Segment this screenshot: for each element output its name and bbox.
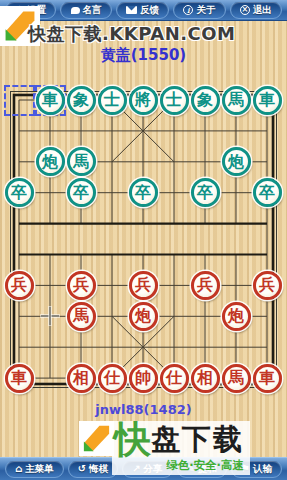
quotes-button[interactable]: 名言 (60, 1, 111, 19)
settings-button[interactable]: ⚙设置 (5, 1, 56, 19)
red-soldier[interactable]: 兵 (67, 271, 96, 300)
watermark-text: 快盘下载.KKPAN.COM (28, 22, 236, 46)
red-horse[interactable]: 馬 (222, 364, 251, 393)
cursor-crosshair (41, 307, 59, 325)
gear-icon: ⚙ (15, 5, 24, 15)
chat-bubble-icon (71, 7, 80, 14)
exit-button[interactable]: ×退出 (230, 1, 282, 19)
black-elephant[interactable]: 象 (67, 86, 96, 115)
black-soldier[interactable]: 卒 (5, 178, 34, 207)
button-label: 设置 (27, 4, 46, 17)
pencil-icon: ✎ (187, 464, 195, 474)
undo-move-button[interactable]: ↺悔棋 (68, 460, 118, 478)
board-grid[interactable]: 車象士將士象馬車炮馬炮卒卒卒卒卒兵兵兵兵兵馬炮炮車相仕帥仕相馬車 (4, 85, 283, 394)
top-toolbar: ⚙设置名言反馈i关于×退出 (0, 0, 287, 21)
black-horse[interactable]: 馬 (222, 86, 251, 115)
info-icon: i (183, 5, 193, 15)
top-player-label: 黄盖(1550) (0, 46, 287, 65)
red-chariot[interactable]: 車 (253, 364, 282, 393)
red-horse[interactable]: 馬 (67, 302, 96, 331)
black-advisor[interactable]: 士 (98, 86, 127, 115)
black-advisor[interactable]: 士 (160, 86, 189, 115)
button-label: 关于 (196, 4, 215, 17)
close-icon: × (240, 5, 250, 15)
bottom-player-label: jnwl88(1482) (0, 402, 287, 417)
red-soldier[interactable]: 兵 (191, 271, 220, 300)
black-chariot[interactable]: 車 (253, 86, 282, 115)
black-chariot[interactable]: 車 (36, 86, 65, 115)
share-button[interactable]: ↗分享 (122, 460, 172, 478)
button-label: 认输 (253, 463, 272, 476)
black-cannon[interactable]: 炮 (36, 147, 65, 176)
black-horse[interactable]: 馬 (67, 147, 96, 176)
main-menu-button[interactable]: ⌂主菜单 (5, 460, 64, 478)
red-elephant[interactable]: 相 (67, 364, 96, 393)
black-general[interactable]: 將 (129, 86, 158, 115)
red-cannon[interactable]: 炮 (222, 302, 251, 331)
app-screen: 車象士將士象馬車炮馬炮卒卒卒卒卒兵兵兵兵兵馬炮炮車相仕帥仕相馬車 黄盖(1550… (0, 0, 287, 480)
red-advisor[interactable]: 仕 (160, 364, 189, 393)
mail-icon (126, 6, 137, 14)
black-soldier[interactable]: 卒 (191, 178, 220, 207)
button-label: 悔棋 (89, 463, 108, 476)
red-general[interactable]: 帥 (129, 364, 158, 393)
button-label: 退出 (253, 4, 272, 17)
button-label: 主菜单 (25, 463, 54, 476)
home-icon: ⌂ (15, 464, 22, 474)
black-cannon[interactable]: 炮 (222, 147, 251, 176)
feedback-button[interactable]: 反馈 (116, 1, 169, 19)
bottom-toolbar: ⌂主菜单↺悔棋↗分享✎提和⚑认输 (0, 457, 287, 480)
button-label: 名言 (83, 4, 102, 17)
red-soldier[interactable]: 兵 (5, 271, 34, 300)
about-button[interactable]: i关于 (173, 1, 225, 19)
red-chariot[interactable]: 車 (5, 364, 34, 393)
black-soldier[interactable]: 卒 (67, 178, 96, 207)
share-icon: ↗ (132, 464, 140, 474)
brand-rest: 盘下载 (151, 425, 244, 454)
kuaipan-logo (79, 421, 114, 456)
undo-icon: ↺ (78, 464, 86, 474)
red-elephant[interactable]: 相 (191, 364, 220, 393)
black-soldier[interactable]: 卒 (129, 178, 158, 207)
offer-draw-button[interactable]: ✎提和 (177, 460, 227, 478)
red-advisor[interactable]: 仕 (98, 364, 127, 393)
flag-icon: ⚑ (241, 464, 250, 474)
button-label: 分享 (144, 463, 163, 476)
button-label: 提和 (198, 463, 217, 476)
black-soldier[interactable]: 卒 (253, 178, 282, 207)
resign-button[interactable]: ⚑认输 (231, 460, 282, 478)
button-label: 反馈 (140, 4, 159, 17)
black-elephant[interactable]: 象 (191, 86, 220, 115)
brand-char: 快 (114, 422, 151, 457)
red-soldier[interactable]: 兵 (253, 271, 282, 300)
red-cannon[interactable]: 炮 (129, 302, 158, 331)
red-soldier[interactable]: 兵 (129, 271, 158, 300)
last-move-marker (4, 85, 35, 116)
